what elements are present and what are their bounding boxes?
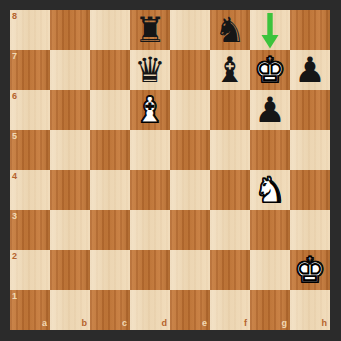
square-b1[interactable]: b	[50, 290, 90, 330]
square-c8[interactable]	[90, 10, 130, 50]
square-e2[interactable]	[170, 250, 210, 290]
square-f6[interactable]	[210, 90, 250, 130]
board-frame: 8♜♞7♛♝♚♟6♝♟54♞32♚1abcdefgh	[0, 0, 341, 341]
square-b4[interactable]	[50, 170, 90, 210]
square-b3[interactable]	[50, 210, 90, 250]
square-e8[interactable]	[170, 10, 210, 50]
square-f4[interactable]	[210, 170, 250, 210]
file-label-c: c	[122, 319, 127, 328]
square-e6[interactable]	[170, 90, 210, 130]
square-g2[interactable]	[250, 250, 290, 290]
square-d4[interactable]	[130, 170, 170, 210]
square-e5[interactable]	[170, 130, 210, 170]
square-e3[interactable]	[170, 210, 210, 250]
file-label-h: h	[322, 319, 328, 328]
square-b6[interactable]	[50, 90, 90, 130]
rank-label-4: 4	[12, 172, 17, 181]
piece-black-queen[interactable]: ♛	[130, 50, 170, 90]
square-h7[interactable]: ♟	[290, 50, 330, 90]
file-label-b: b	[82, 319, 88, 328]
square-d5[interactable]	[130, 130, 170, 170]
square-b7[interactable]	[50, 50, 90, 90]
square-c7[interactable]	[90, 50, 130, 90]
square-h5[interactable]	[290, 130, 330, 170]
piece-black-rook[interactable]: ♜	[130, 10, 170, 50]
square-h3[interactable]	[290, 210, 330, 250]
square-c1[interactable]: c	[90, 290, 130, 330]
square-d1[interactable]: d	[130, 290, 170, 330]
square-g6[interactable]: ♟	[250, 90, 290, 130]
square-c6[interactable]	[90, 90, 130, 130]
file-label-g: g	[282, 319, 288, 328]
square-c5[interactable]	[90, 130, 130, 170]
square-f1[interactable]: f	[210, 290, 250, 330]
piece-white-king[interactable]: ♚	[250, 50, 290, 90]
square-h6[interactable]	[290, 90, 330, 130]
chess-board: 8♜♞7♛♝♚♟6♝♟54♞32♚1abcdefgh	[10, 10, 330, 330]
square-e4[interactable]	[170, 170, 210, 210]
square-f2[interactable]	[210, 250, 250, 290]
piece-white-bishop[interactable]: ♝	[130, 90, 170, 130]
square-a5[interactable]: 5	[10, 130, 50, 170]
square-g4[interactable]: ♞	[250, 170, 290, 210]
square-a7[interactable]: 7	[10, 50, 50, 90]
rank-label-2: 2	[12, 252, 17, 261]
square-g5[interactable]	[250, 130, 290, 170]
square-a4[interactable]: 4	[10, 170, 50, 210]
rank-label-8: 8	[12, 12, 17, 21]
square-c4[interactable]	[90, 170, 130, 210]
piece-white-knight[interactable]: ♞	[250, 170, 290, 210]
square-c2[interactable]	[90, 250, 130, 290]
square-b2[interactable]	[50, 250, 90, 290]
rank-label-7: 7	[12, 52, 17, 61]
square-e1[interactable]: e	[170, 290, 210, 330]
file-label-f: f	[244, 319, 247, 328]
square-c3[interactable]	[90, 210, 130, 250]
square-b5[interactable]	[50, 130, 90, 170]
file-label-a: a	[42, 319, 47, 328]
square-g1[interactable]: g	[250, 290, 290, 330]
square-g7[interactable]: ♚	[250, 50, 290, 90]
square-f7[interactable]: ♝	[210, 50, 250, 90]
square-h2[interactable]: ♚	[290, 250, 330, 290]
square-d3[interactable]	[130, 210, 170, 250]
square-e7[interactable]	[170, 50, 210, 90]
piece-black-knight[interactable]: ♞	[210, 10, 250, 50]
square-f3[interactable]	[210, 210, 250, 250]
square-h4[interactable]	[290, 170, 330, 210]
square-h1[interactable]: h	[290, 290, 330, 330]
rank-label-5: 5	[12, 132, 17, 141]
square-a2[interactable]: 2	[10, 250, 50, 290]
rank-label-3: 3	[12, 212, 17, 221]
square-a8[interactable]: 8	[10, 10, 50, 50]
square-f5[interactable]	[210, 130, 250, 170]
rank-label-1: 1	[12, 292, 17, 301]
square-a1[interactable]: 1a	[10, 290, 50, 330]
square-d2[interactable]	[130, 250, 170, 290]
square-h8[interactable]	[290, 10, 330, 50]
square-a3[interactable]: 3	[10, 210, 50, 250]
piece-black-pawn[interactable]: ♟	[290, 50, 330, 90]
square-a6[interactable]: 6	[10, 90, 50, 130]
square-f8[interactable]: ♞	[210, 10, 250, 50]
piece-black-pawn[interactable]: ♟	[250, 90, 290, 130]
square-g3[interactable]	[250, 210, 290, 250]
square-d7[interactable]: ♛	[130, 50, 170, 90]
move-hint-arrow	[250, 10, 290, 50]
file-label-d: d	[162, 319, 168, 328]
square-b8[interactable]	[50, 10, 90, 50]
file-label-e: e	[202, 319, 207, 328]
square-g8[interactable]	[250, 10, 290, 50]
piece-white-king[interactable]: ♚	[290, 250, 330, 290]
square-d6[interactable]: ♝	[130, 90, 170, 130]
piece-black-bishop[interactable]: ♝	[210, 50, 250, 90]
rank-label-6: 6	[12, 92, 17, 101]
square-d8[interactable]: ♜	[130, 10, 170, 50]
